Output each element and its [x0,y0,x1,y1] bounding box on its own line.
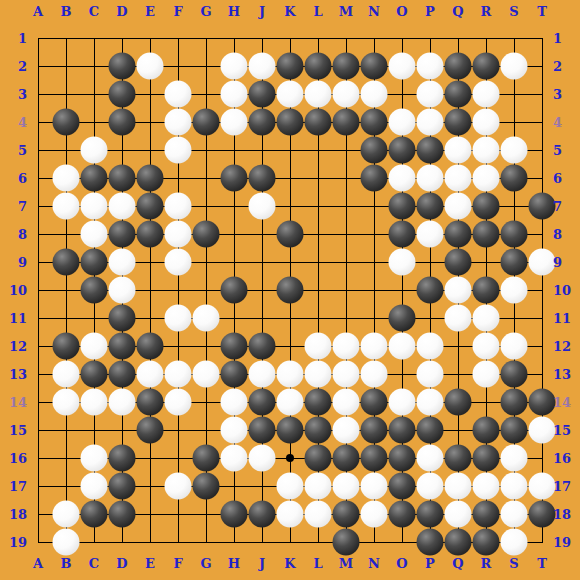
white-stone-S17[interactable] [501,473,528,500]
intersection-A6[interactable] [24,164,52,192]
intersection-E17[interactable] [136,472,164,500]
intersection-G13[interactable] [192,360,220,388]
intersection-K6[interactable] [276,164,304,192]
intersection-L2[interactable] [304,52,332,80]
white-stone-O12[interactable] [389,333,416,360]
intersection-C13[interactable] [80,360,108,388]
intersection-F3[interactable] [164,80,192,108]
intersection-A18[interactable] [24,500,52,528]
white-stone-C7[interactable] [81,193,108,220]
intersection-S18[interactable] [500,500,528,528]
white-stone-K14[interactable] [277,389,304,416]
white-stone-O4[interactable] [389,109,416,136]
intersection-H19[interactable] [220,528,248,556]
white-stone-N12[interactable] [361,333,388,360]
intersection-E8[interactable] [136,220,164,248]
intersection-C9[interactable] [80,248,108,276]
intersection-G5[interactable] [192,136,220,164]
intersection-L13[interactable] [304,360,332,388]
intersection-P5[interactable] [416,136,444,164]
white-stone-D14[interactable] [109,389,136,416]
white-stone-R4[interactable] [473,109,500,136]
intersection-E6[interactable] [136,164,164,192]
intersection-A7[interactable] [24,192,52,220]
intersection-O19[interactable] [388,528,416,556]
intersection-Q6[interactable] [444,164,472,192]
intersection-N10[interactable] [360,276,388,304]
intersection-B14[interactable] [52,388,80,416]
black-stone-E15[interactable] [137,417,164,444]
intersection-G10[interactable] [192,276,220,304]
intersection-T18[interactable] [528,500,556,528]
white-stone-N13[interactable] [361,361,388,388]
intersection-K2[interactable] [276,52,304,80]
intersection-T7[interactable] [528,192,556,220]
white-stone-L18[interactable] [305,501,332,528]
intersection-A5[interactable] [24,136,52,164]
intersection-N3[interactable] [360,80,388,108]
intersection-O9[interactable] [388,248,416,276]
white-stone-M14[interactable] [333,389,360,416]
intersection-R11[interactable] [472,304,500,332]
white-stone-F13[interactable] [165,361,192,388]
intersection-J4[interactable] [248,108,276,136]
intersection-N16[interactable] [360,444,388,472]
intersection-J1[interactable] [248,24,276,52]
white-stone-P17[interactable] [417,473,444,500]
intersection-H3[interactable] [220,80,248,108]
intersection-L12[interactable] [304,332,332,360]
intersection-P1[interactable] [416,24,444,52]
intersection-F2[interactable] [164,52,192,80]
intersection-N5[interactable] [360,136,388,164]
intersection-S19[interactable] [500,528,528,556]
black-stone-D13[interactable] [109,361,136,388]
intersection-D7[interactable] [108,192,136,220]
white-stone-M3[interactable] [333,81,360,108]
intersection-B2[interactable] [52,52,80,80]
intersection-M13[interactable] [332,360,360,388]
intersection-P9[interactable] [416,248,444,276]
intersection-Q19[interactable] [444,528,472,556]
intersection-A2[interactable] [24,52,52,80]
white-stone-J16[interactable] [249,445,276,472]
intersection-E19[interactable] [136,528,164,556]
intersection-R10[interactable] [472,276,500,304]
intersection-S11[interactable] [500,304,528,332]
black-stone-R2[interactable] [473,53,500,80]
black-stone-D11[interactable] [109,305,136,332]
intersection-K5[interactable] [276,136,304,164]
white-stone-D10[interactable] [109,277,136,304]
intersection-M5[interactable] [332,136,360,164]
intersection-R5[interactable] [472,136,500,164]
white-stone-R5[interactable] [473,137,500,164]
white-stone-P13[interactable] [417,361,444,388]
intersection-S1[interactable] [500,24,528,52]
black-stone-H12[interactable] [221,333,248,360]
black-stone-B4[interactable] [53,109,80,136]
black-stone-C13[interactable] [81,361,108,388]
intersection-O6[interactable] [388,164,416,192]
intersection-T19[interactable] [528,528,556,556]
intersection-M8[interactable] [332,220,360,248]
intersection-J19[interactable] [248,528,276,556]
intersection-H7[interactable] [220,192,248,220]
intersection-C18[interactable] [80,500,108,528]
intersection-R2[interactable] [472,52,500,80]
intersection-C11[interactable] [80,304,108,332]
intersection-O15[interactable] [388,416,416,444]
intersection-A1[interactable] [24,24,52,52]
black-stone-E8[interactable] [137,221,164,248]
black-stone-H18[interactable] [221,501,248,528]
intersection-L6[interactable] [304,164,332,192]
intersection-H13[interactable] [220,360,248,388]
intersection-M10[interactable] [332,276,360,304]
intersection-D10[interactable] [108,276,136,304]
black-stone-D17[interactable] [109,473,136,500]
intersection-N6[interactable] [360,164,388,192]
black-stone-C9[interactable] [81,249,108,276]
intersection-M15[interactable] [332,416,360,444]
intersection-Q4[interactable] [444,108,472,136]
intersection-E12[interactable] [136,332,164,360]
white-stone-O9[interactable] [389,249,416,276]
black-stone-G4[interactable] [193,109,220,136]
black-stone-H10[interactable] [221,277,248,304]
black-stone-J12[interactable] [249,333,276,360]
intersection-G18[interactable] [192,500,220,528]
white-stone-S16[interactable] [501,445,528,472]
intersection-G2[interactable] [192,52,220,80]
intersection-M19[interactable] [332,528,360,556]
black-stone-D2[interactable] [109,53,136,80]
intersection-C14[interactable] [80,388,108,416]
intersection-F14[interactable] [164,388,192,416]
white-stone-Q17[interactable] [445,473,472,500]
intersection-F15[interactable] [164,416,192,444]
intersection-F6[interactable] [164,164,192,192]
intersection-S4[interactable] [500,108,528,136]
intersection-S2[interactable] [500,52,528,80]
intersection-K17[interactable] [276,472,304,500]
intersection-O7[interactable] [388,192,416,220]
black-stone-M2[interactable] [333,53,360,80]
black-stone-O18[interactable] [389,501,416,528]
white-stone-R11[interactable] [473,305,500,332]
intersection-H9[interactable] [220,248,248,276]
intersection-O3[interactable] [388,80,416,108]
white-stone-H4[interactable] [221,109,248,136]
intersection-N17[interactable] [360,472,388,500]
black-stone-K2[interactable] [277,53,304,80]
intersection-L7[interactable] [304,192,332,220]
white-stone-S5[interactable] [501,137,528,164]
intersection-A8[interactable] [24,220,52,248]
intersection-A19[interactable] [24,528,52,556]
white-stone-K13[interactable] [277,361,304,388]
intersection-G19[interactable] [192,528,220,556]
intersection-Q18[interactable] [444,500,472,528]
intersection-O17[interactable] [388,472,416,500]
white-stone-L12[interactable] [305,333,332,360]
black-stone-L14[interactable] [305,389,332,416]
black-stone-T14[interactable] [529,389,556,416]
intersection-T5[interactable] [528,136,556,164]
intersection-O14[interactable] [388,388,416,416]
intersection-T12[interactable] [528,332,556,360]
black-stone-J4[interactable] [249,109,276,136]
intersection-E4[interactable] [136,108,164,136]
black-stone-L15[interactable] [305,417,332,444]
intersection-N7[interactable] [360,192,388,220]
white-stone-M13[interactable] [333,361,360,388]
intersection-N8[interactable] [360,220,388,248]
intersection-G17[interactable] [192,472,220,500]
white-stone-E13[interactable] [137,361,164,388]
intersection-P4[interactable] [416,108,444,136]
intersection-S6[interactable] [500,164,528,192]
black-stone-J18[interactable] [249,501,276,528]
black-stone-P10[interactable] [417,277,444,304]
intersection-N12[interactable] [360,332,388,360]
intersection-T14[interactable] [528,388,556,416]
white-stone-P4[interactable] [417,109,444,136]
intersection-H1[interactable] [220,24,248,52]
intersection-M11[interactable] [332,304,360,332]
intersection-A15[interactable] [24,416,52,444]
intersection-O12[interactable] [388,332,416,360]
white-stone-Q10[interactable] [445,277,472,304]
black-stone-S9[interactable] [501,249,528,276]
intersection-P10[interactable] [416,276,444,304]
intersection-F9[interactable] [164,248,192,276]
white-stone-O2[interactable] [389,53,416,80]
intersection-M17[interactable] [332,472,360,500]
intersection-Q10[interactable] [444,276,472,304]
black-stone-Q19[interactable] [445,529,472,556]
black-stone-Q4[interactable] [445,109,472,136]
intersection-A9[interactable] [24,248,52,276]
intersection-G4[interactable] [192,108,220,136]
intersection-J15[interactable] [248,416,276,444]
black-stone-M19[interactable] [333,529,360,556]
white-stone-R17[interactable] [473,473,500,500]
intersection-L4[interactable] [304,108,332,136]
intersection-O18[interactable] [388,500,416,528]
white-stone-R12[interactable] [473,333,500,360]
intersection-Q14[interactable] [444,388,472,416]
white-stone-H15[interactable] [221,417,248,444]
intersection-N14[interactable] [360,388,388,416]
intersection-S14[interactable] [500,388,528,416]
intersection-O11[interactable] [388,304,416,332]
intersection-N1[interactable] [360,24,388,52]
intersection-C8[interactable] [80,220,108,248]
intersection-E1[interactable] [136,24,164,52]
intersection-N18[interactable] [360,500,388,528]
intersection-A3[interactable] [24,80,52,108]
intersection-D13[interactable] [108,360,136,388]
intersection-J7[interactable] [248,192,276,220]
intersection-D4[interactable] [108,108,136,136]
intersection-N13[interactable] [360,360,388,388]
black-stone-L16[interactable] [305,445,332,472]
white-stone-O6[interactable] [389,165,416,192]
intersection-G9[interactable] [192,248,220,276]
white-stone-B14[interactable] [53,389,80,416]
white-stone-F7[interactable] [165,193,192,220]
intersection-L16[interactable] [304,444,332,472]
intersection-F16[interactable] [164,444,192,472]
intersection-R3[interactable] [472,80,500,108]
intersection-D15[interactable] [108,416,136,444]
white-stone-C16[interactable] [81,445,108,472]
black-stone-K8[interactable] [277,221,304,248]
intersection-L9[interactable] [304,248,332,276]
white-stone-C8[interactable] [81,221,108,248]
intersection-B13[interactable] [52,360,80,388]
black-stone-D8[interactable] [109,221,136,248]
intersection-T8[interactable] [528,220,556,248]
intersection-K14[interactable] [276,388,304,416]
white-stone-R6[interactable] [473,165,500,192]
intersection-O13[interactable] [388,360,416,388]
intersection-E3[interactable] [136,80,164,108]
intersection-N9[interactable] [360,248,388,276]
black-stone-C6[interactable] [81,165,108,192]
intersection-J12[interactable] [248,332,276,360]
black-stone-H13[interactable] [221,361,248,388]
intersection-G11[interactable] [192,304,220,332]
intersection-J6[interactable] [248,164,276,192]
intersection-H5[interactable] [220,136,248,164]
intersection-M1[interactable] [332,24,360,52]
white-stone-J13[interactable] [249,361,276,388]
black-stone-Q3[interactable] [445,81,472,108]
black-stone-Q2[interactable] [445,53,472,80]
intersection-P15[interactable] [416,416,444,444]
intersection-Q12[interactable] [444,332,472,360]
intersection-D17[interactable] [108,472,136,500]
black-stone-M4[interactable] [333,109,360,136]
black-stone-E14[interactable] [137,389,164,416]
intersection-D11[interactable] [108,304,136,332]
intersection-R19[interactable] [472,528,500,556]
white-stone-B19[interactable] [53,529,80,556]
intersection-Q1[interactable] [444,24,472,52]
intersection-H15[interactable] [220,416,248,444]
intersection-K15[interactable] [276,416,304,444]
white-stone-F17[interactable] [165,473,192,500]
intersection-S10[interactable] [500,276,528,304]
black-stone-O16[interactable] [389,445,416,472]
intersection-C1[interactable] [80,24,108,52]
intersection-N11[interactable] [360,304,388,332]
intersection-J18[interactable] [248,500,276,528]
intersection-N15[interactable] [360,416,388,444]
intersection-R18[interactable] [472,500,500,528]
intersection-T13[interactable] [528,360,556,388]
black-stone-P15[interactable] [417,417,444,444]
intersection-M3[interactable] [332,80,360,108]
white-stone-R3[interactable] [473,81,500,108]
intersection-T17[interactable] [528,472,556,500]
white-stone-B7[interactable] [53,193,80,220]
intersection-H2[interactable] [220,52,248,80]
black-stone-J3[interactable] [249,81,276,108]
intersection-J2[interactable] [248,52,276,80]
white-stone-L17[interactable] [305,473,332,500]
intersection-G12[interactable] [192,332,220,360]
intersection-J3[interactable] [248,80,276,108]
black-stone-G8[interactable] [193,221,220,248]
intersection-F17[interactable] [164,472,192,500]
black-stone-Q8[interactable] [445,221,472,248]
intersection-E13[interactable] [136,360,164,388]
intersection-J14[interactable] [248,388,276,416]
black-stone-N14[interactable] [361,389,388,416]
black-stone-S14[interactable] [501,389,528,416]
intersection-R6[interactable] [472,164,500,192]
white-stone-B13[interactable] [53,361,80,388]
intersection-R14[interactable] [472,388,500,416]
black-stone-R15[interactable] [473,417,500,444]
black-stone-E7[interactable] [137,193,164,220]
black-stone-L2[interactable] [305,53,332,80]
intersection-B1[interactable] [52,24,80,52]
black-stone-S13[interactable] [501,361,528,388]
white-stone-J7[interactable] [249,193,276,220]
intersection-A14[interactable] [24,388,52,416]
white-stone-P16[interactable] [417,445,444,472]
intersection-F12[interactable] [164,332,192,360]
intersection-Q7[interactable] [444,192,472,220]
intersection-P19[interactable] [416,528,444,556]
intersection-D18[interactable] [108,500,136,528]
intersection-T9[interactable] [528,248,556,276]
white-stone-N3[interactable] [361,81,388,108]
intersection-L15[interactable] [304,416,332,444]
intersection-E7[interactable] [136,192,164,220]
intersection-H11[interactable] [220,304,248,332]
intersection-T16[interactable] [528,444,556,472]
white-stone-P12[interactable] [417,333,444,360]
black-stone-O8[interactable] [389,221,416,248]
intersection-P2[interactable] [416,52,444,80]
black-stone-K4[interactable] [277,109,304,136]
intersection-J13[interactable] [248,360,276,388]
black-stone-B12[interactable] [53,333,80,360]
intersection-M6[interactable] [332,164,360,192]
black-stone-B9[interactable] [53,249,80,276]
intersection-G7[interactable] [192,192,220,220]
black-stone-K10[interactable] [277,277,304,304]
white-stone-G11[interactable] [193,305,220,332]
black-stone-Q9[interactable] [445,249,472,276]
intersection-H4[interactable] [220,108,248,136]
intersection-D9[interactable] [108,248,136,276]
black-stone-R18[interactable] [473,501,500,528]
black-stone-K15[interactable] [277,417,304,444]
intersection-D19[interactable] [108,528,136,556]
black-stone-D16[interactable] [109,445,136,472]
intersection-D1[interactable] [108,24,136,52]
intersection-A11[interactable] [24,304,52,332]
intersection-P14[interactable] [416,388,444,416]
intersection-E10[interactable] [136,276,164,304]
